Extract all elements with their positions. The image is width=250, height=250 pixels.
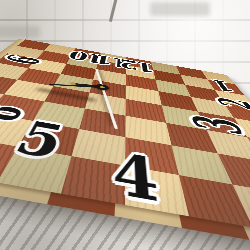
perspective-container: 123456789101112 <box>0 0 250 250</box>
clock-numeral-4: 4 <box>111 146 159 212</box>
chessboard-clock: 123456789101112 <box>0 39 250 250</box>
photo-scene: 123456789101112 <box>0 0 250 250</box>
